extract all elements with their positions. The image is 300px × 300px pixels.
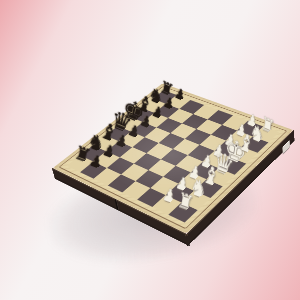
black-queen-d8: ♛ (105, 99, 138, 139)
fold-seam (114, 198, 118, 210)
white-pawn-h2: ♟ (238, 93, 267, 134)
white-rook-h1: ♜ (253, 98, 282, 140)
square-f1: ♝ (230, 147, 257, 164)
product-photo-background: ♜♞♝♛♚♝♞♜♟♟♟♟♟♟♟♟♟♟♟♟♟♟♟♟♜♞♝♛♚♝♞♜ (0, 0, 300, 300)
clasp-latch (282, 140, 289, 154)
